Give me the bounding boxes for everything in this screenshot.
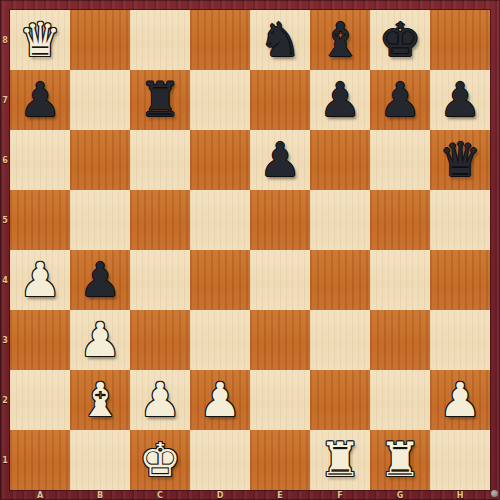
- chess-board-window: ♛♞♝♚♟♜♟♟♟♟♛♟♟♟♝♟♟♟♚♜♜ 87654321 ABCDEFGH: [0, 0, 500, 500]
- square-c7[interactable]: ♜: [130, 70, 190, 130]
- square-f4[interactable]: [310, 250, 370, 310]
- square-d2[interactable]: ♟: [190, 370, 250, 430]
- square-b5[interactable]: [70, 190, 130, 250]
- square-g8[interactable]: ♚: [370, 10, 430, 70]
- square-g7[interactable]: ♟: [370, 70, 430, 130]
- square-c3[interactable]: [130, 310, 190, 370]
- square-h7[interactable]: ♟: [430, 70, 490, 130]
- white-pawn-h2[interactable]: ♟: [430, 370, 490, 430]
- square-d6[interactable]: [190, 130, 250, 190]
- square-h4[interactable]: [430, 250, 490, 310]
- white-king-c1[interactable]: ♚: [130, 430, 190, 490]
- square-b4[interactable]: ♟: [70, 250, 130, 310]
- white-queen-a8[interactable]: ♛: [10, 10, 70, 70]
- black-bishop-f8[interactable]: ♝: [310, 10, 370, 70]
- square-b1[interactable]: [70, 430, 130, 490]
- black-pawn-h7[interactable]: ♟: [430, 70, 490, 130]
- square-f1[interactable]: ♜: [310, 430, 370, 490]
- square-a2[interactable]: [10, 370, 70, 430]
- black-pawn-b4[interactable]: ♟: [70, 250, 130, 310]
- square-b2[interactable]: ♝: [70, 370, 130, 430]
- rank-label-4: 4: [0, 250, 10, 310]
- square-e8[interactable]: ♞: [250, 10, 310, 70]
- square-a4[interactable]: ♟: [10, 250, 70, 310]
- rank-label-5: 5: [0, 190, 10, 250]
- square-f7[interactable]: ♟: [310, 70, 370, 130]
- square-e5[interactable]: [250, 190, 310, 250]
- square-d4[interactable]: [190, 250, 250, 310]
- rank-label-8: 8: [0, 10, 10, 70]
- white-pawn-c2[interactable]: ♟: [130, 370, 190, 430]
- rank-label-2: 2: [0, 370, 10, 430]
- black-queen-h6[interactable]: ♛: [430, 130, 490, 190]
- square-e7[interactable]: [250, 70, 310, 130]
- square-d7[interactable]: [190, 70, 250, 130]
- white-rook-g1[interactable]: ♜: [370, 430, 430, 490]
- file-label-e: E: [250, 490, 310, 500]
- square-e6[interactable]: ♟: [250, 130, 310, 190]
- black-pawn-g7[interactable]: ♟: [370, 70, 430, 130]
- rank-label-1: 1: [0, 430, 10, 490]
- square-d5[interactable]: [190, 190, 250, 250]
- white-pawn-b3[interactable]: ♟: [70, 310, 130, 370]
- file-label-f: F: [310, 490, 370, 500]
- square-b6[interactable]: [70, 130, 130, 190]
- black-king-g8[interactable]: ♚: [370, 10, 430, 70]
- square-d8[interactable]: [190, 10, 250, 70]
- square-g5[interactable]: [370, 190, 430, 250]
- square-a1[interactable]: [10, 430, 70, 490]
- square-c5[interactable]: [130, 190, 190, 250]
- resize-grip-dot: [491, 490, 498, 497]
- square-f5[interactable]: [310, 190, 370, 250]
- square-b8[interactable]: [70, 10, 130, 70]
- file-label-d: D: [190, 490, 250, 500]
- square-h5[interactable]: [430, 190, 490, 250]
- square-h3[interactable]: [430, 310, 490, 370]
- square-f2[interactable]: [310, 370, 370, 430]
- square-h8[interactable]: [430, 10, 490, 70]
- square-c6[interactable]: [130, 130, 190, 190]
- black-pawn-a7[interactable]: ♟: [10, 70, 70, 130]
- square-g3[interactable]: [370, 310, 430, 370]
- rank-label-3: 3: [0, 310, 10, 370]
- square-d1[interactable]: [190, 430, 250, 490]
- square-g2[interactable]: [370, 370, 430, 430]
- square-f3[interactable]: [310, 310, 370, 370]
- square-e3[interactable]: [250, 310, 310, 370]
- white-rook-f1[interactable]: ♜: [310, 430, 370, 490]
- white-bishop-b2[interactable]: ♝: [70, 370, 130, 430]
- square-c8[interactable]: [130, 10, 190, 70]
- black-pawn-e6[interactable]: ♟: [250, 130, 310, 190]
- square-a7[interactable]: ♟: [10, 70, 70, 130]
- square-h2[interactable]: ♟: [430, 370, 490, 430]
- square-g1[interactable]: ♜: [370, 430, 430, 490]
- square-a8[interactable]: ♛: [10, 10, 70, 70]
- black-knight-e8[interactable]: ♞: [250, 10, 310, 70]
- square-d3[interactable]: [190, 310, 250, 370]
- square-g4[interactable]: [370, 250, 430, 310]
- square-a3[interactable]: [10, 310, 70, 370]
- file-label-g: G: [370, 490, 430, 500]
- square-c2[interactable]: ♟: [130, 370, 190, 430]
- square-g6[interactable]: [370, 130, 430, 190]
- square-e2[interactable]: [250, 370, 310, 430]
- square-f6[interactable]: [310, 130, 370, 190]
- square-e4[interactable]: [250, 250, 310, 310]
- rank-label-7: 7: [0, 70, 10, 130]
- file-label-c: C: [130, 490, 190, 500]
- black-pawn-f7[interactable]: ♟: [310, 70, 370, 130]
- square-h6[interactable]: ♛: [430, 130, 490, 190]
- square-a6[interactable]: [10, 130, 70, 190]
- square-e1[interactable]: [250, 430, 310, 490]
- square-f8[interactable]: ♝: [310, 10, 370, 70]
- chess-board: ♛♞♝♚♟♜♟♟♟♟♛♟♟♟♝♟♟♟♚♜♜: [10, 10, 490, 490]
- square-b7[interactable]: [70, 70, 130, 130]
- white-pawn-d2[interactable]: ♟: [190, 370, 250, 430]
- file-label-b: B: [70, 490, 130, 500]
- black-rook-c7[interactable]: ♜: [130, 70, 190, 130]
- square-b3[interactable]: ♟: [70, 310, 130, 370]
- file-label-h: H: [430, 490, 490, 500]
- square-c1[interactable]: ♚: [130, 430, 190, 490]
- file-label-a: A: [10, 490, 70, 500]
- square-h1[interactable]: [430, 430, 490, 490]
- square-c4[interactable]: [130, 250, 190, 310]
- square-a5[interactable]: [10, 190, 70, 250]
- rank-label-6: 6: [0, 130, 10, 190]
- white-pawn-a4[interactable]: ♟: [10, 250, 70, 310]
